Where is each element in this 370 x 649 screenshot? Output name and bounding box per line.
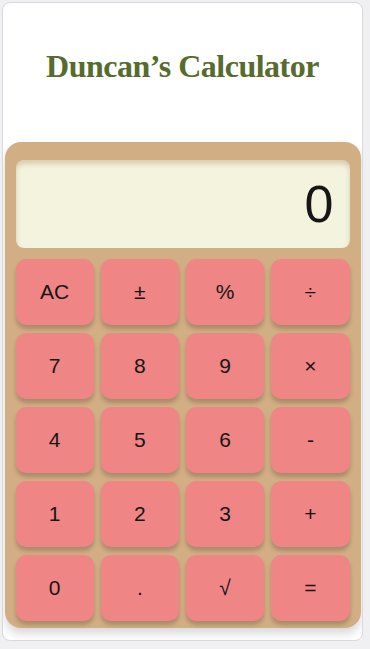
calc-button-6[interactable]: 6	[186, 407, 264, 473]
calc-button-3[interactable]: 3	[186, 481, 264, 547]
page-card: Duncan’s Calculator 0 AC±%÷789×456-123+0…	[2, 2, 363, 641]
calc-button-divide[interactable]: ÷	[271, 259, 349, 325]
calc-button-equals[interactable]: =	[271, 555, 349, 621]
calculator-display: 0	[16, 160, 350, 248]
calc-button-1[interactable]: 1	[16, 481, 94, 547]
calc-button-2[interactable]: 2	[101, 481, 179, 547]
calc-button-sqrt[interactable]: √	[186, 555, 264, 621]
calc-button-7[interactable]: 7	[16, 333, 94, 399]
calc-button-plus-minus[interactable]: ±	[101, 259, 179, 325]
calc-button-subtract[interactable]: -	[271, 407, 349, 473]
calc-button-9[interactable]: 9	[186, 333, 264, 399]
calc-button-4[interactable]: 4	[16, 407, 94, 473]
calculator-keypad: AC±%÷789×456-123+0.√=	[16, 259, 350, 621]
calc-button-8[interactable]: 8	[101, 333, 179, 399]
page-title: Duncan’s Calculator	[3, 48, 362, 84]
calc-button-percent[interactable]: %	[186, 259, 264, 325]
calc-button-multiply[interactable]: ×	[271, 333, 349, 399]
calc-button-5[interactable]: 5	[101, 407, 179, 473]
calc-button-0[interactable]: 0	[16, 555, 94, 621]
calc-button-ac[interactable]: AC	[16, 259, 94, 325]
calculator: 0 AC±%÷789×456-123+0.√=	[5, 142, 361, 628]
calc-button-add[interactable]: +	[271, 481, 349, 547]
calc-button-decimal[interactable]: .	[101, 555, 179, 621]
